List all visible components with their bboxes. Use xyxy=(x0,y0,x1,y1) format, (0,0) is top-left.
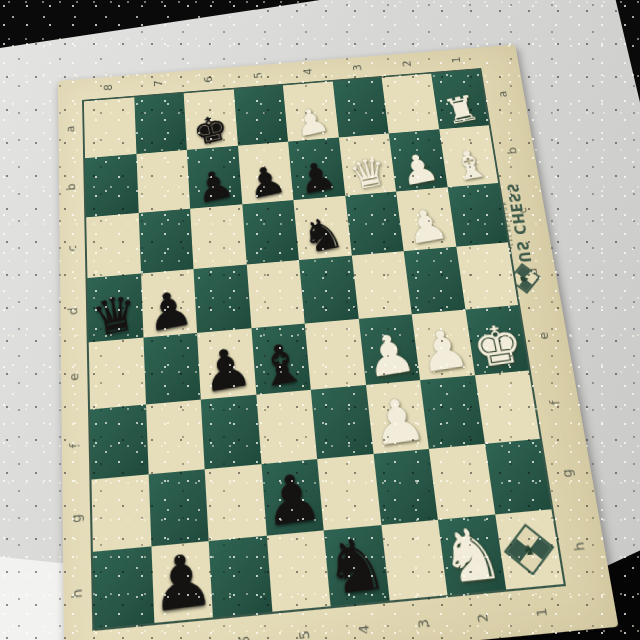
black-pawn-e6[interactable]: ♟ xyxy=(198,339,256,401)
white-pawn-b2[interactable]: ♟ xyxy=(395,147,442,192)
square-b3[interactable]: ♛ xyxy=(338,133,396,195)
square-d6[interactable] xyxy=(194,265,251,333)
black-bishop-e5[interactable]: ♝ xyxy=(252,334,310,396)
square-e5[interactable]: ♝ xyxy=(251,324,311,395)
square-g2[interactable] xyxy=(429,443,495,520)
square-a5[interactable] xyxy=(233,85,288,145)
vinyl-board-surface: 87654321 87654321 abcdefgh abcdefgh ♞ US… xyxy=(58,45,619,640)
corner-diamond-logo-icon: ♞ xyxy=(504,523,555,575)
photo-of-chess-position: { "game": "chess", "scene": { "descripti… xyxy=(0,0,640,640)
square-e4[interactable] xyxy=(305,319,366,390)
square-g6[interactable] xyxy=(205,464,267,542)
square-d7[interactable]: ♟ xyxy=(141,269,198,337)
black-knight-h4[interactable]: ♞ xyxy=(321,528,392,607)
square-c5[interactable] xyxy=(242,200,299,265)
square-a7[interactable] xyxy=(134,93,187,153)
black-knight-c4[interactable]: ♞ xyxy=(298,211,349,262)
black-pawn-h7[interactable]: ♟ xyxy=(147,543,217,624)
white-king-e1[interactable]: ♚ xyxy=(468,316,528,376)
white-bishop-b1[interactable]: ♝ xyxy=(446,143,494,188)
square-b5[interactable]: ♟ xyxy=(238,141,294,204)
square-a4[interactable]: ♟ xyxy=(283,82,339,142)
square-f4[interactable] xyxy=(311,385,373,459)
square-f8[interactable] xyxy=(90,404,148,479)
square-g7[interactable] xyxy=(148,469,209,547)
white-queen-b3[interactable]: ♛ xyxy=(345,151,392,196)
black-pawn-b5[interactable]: ♟ xyxy=(243,159,290,205)
square-c6[interactable] xyxy=(190,204,246,269)
white-pawn-a4[interactable]: ♟ xyxy=(290,102,333,143)
square-c8[interactable] xyxy=(86,213,140,279)
black-queen-d8[interactable]: ♛ xyxy=(89,287,143,344)
square-e2[interactable]: ♟ xyxy=(412,310,475,380)
square-f7[interactable] xyxy=(146,399,205,474)
square-b6[interactable]: ♟ xyxy=(187,146,242,209)
square-h2[interactable]: ♞ xyxy=(438,515,506,595)
square-a1[interactable]: ♜ xyxy=(431,70,489,129)
square-b2[interactable]: ♟ xyxy=(389,129,447,191)
square-g8[interactable] xyxy=(91,474,150,552)
white-pawn-c2[interactable]: ♟ xyxy=(401,203,452,253)
square-e6[interactable]: ♟ xyxy=(197,328,256,399)
square-d4[interactable] xyxy=(299,256,358,324)
square-h6[interactable] xyxy=(209,536,272,617)
square-b4[interactable]: ♟ xyxy=(288,137,345,199)
square-c7[interactable] xyxy=(138,208,193,274)
square-e7[interactable] xyxy=(143,333,201,404)
square-f2[interactable] xyxy=(420,375,484,448)
black-pawn-d7[interactable]: ♟ xyxy=(142,283,196,340)
square-c1[interactable] xyxy=(447,183,508,247)
square-d8[interactable]: ♛ xyxy=(87,274,143,343)
square-f6[interactable] xyxy=(201,394,261,468)
square-h7[interactable]: ♟ xyxy=(151,541,213,623)
square-c2[interactable]: ♟ xyxy=(396,187,456,252)
square-g1[interactable] xyxy=(484,438,551,514)
square-d3[interactable] xyxy=(351,251,411,319)
black-king-a6[interactable]: ♚ xyxy=(190,110,233,152)
square-b1[interactable]: ♝ xyxy=(439,125,498,187)
white-pawn-f3[interactable]: ♟ xyxy=(366,388,429,454)
square-d1[interactable] xyxy=(456,243,518,310)
playing-area-grid: ♚♟♜♟♟♟♛♟♝♞♟♛♟♟♝♟♟♚♟♟♟♞♞♞ xyxy=(82,68,566,631)
square-b8[interactable] xyxy=(85,154,138,217)
white-pawn-e3[interactable]: ♟ xyxy=(360,325,419,386)
black-pawn-b4[interactable]: ♟ xyxy=(294,155,341,201)
square-f3[interactable]: ♟ xyxy=(366,380,429,454)
square-g3[interactable] xyxy=(373,448,438,525)
square-f1[interactable] xyxy=(474,370,539,443)
white-pawn-e2[interactable]: ♟ xyxy=(414,321,474,381)
square-c3[interactable] xyxy=(345,191,404,256)
square-e1[interactable]: ♚ xyxy=(465,305,529,375)
chess-board: 87654321 87654321 abcdefgh abcdefgh ♞ US… xyxy=(58,45,619,640)
square-e3[interactable]: ♟ xyxy=(358,314,420,384)
square-a3[interactable] xyxy=(332,78,388,138)
square-d5[interactable] xyxy=(246,260,304,328)
square-b7[interactable] xyxy=(136,150,190,213)
white-knight-h2[interactable]: ♞ xyxy=(436,518,508,596)
square-e8[interactable] xyxy=(89,338,146,410)
square-a8[interactable] xyxy=(84,97,136,158)
square-f5[interactable] xyxy=(256,390,317,464)
square-g4[interactable] xyxy=(317,453,381,530)
square-g5[interactable]: ♟ xyxy=(261,459,324,536)
square-h4[interactable]: ♞ xyxy=(324,525,389,606)
white-rook-a1[interactable]: ♜ xyxy=(439,90,483,130)
black-pawn-g5[interactable]: ♟ xyxy=(259,464,326,537)
square-a6[interactable]: ♚ xyxy=(184,89,238,149)
square-c4[interactable]: ♞ xyxy=(293,195,351,260)
square-d2[interactable] xyxy=(404,247,465,314)
square-a2[interactable] xyxy=(382,74,439,134)
black-pawn-b6[interactable]: ♟ xyxy=(192,164,238,210)
square-h8[interactable] xyxy=(93,547,154,629)
